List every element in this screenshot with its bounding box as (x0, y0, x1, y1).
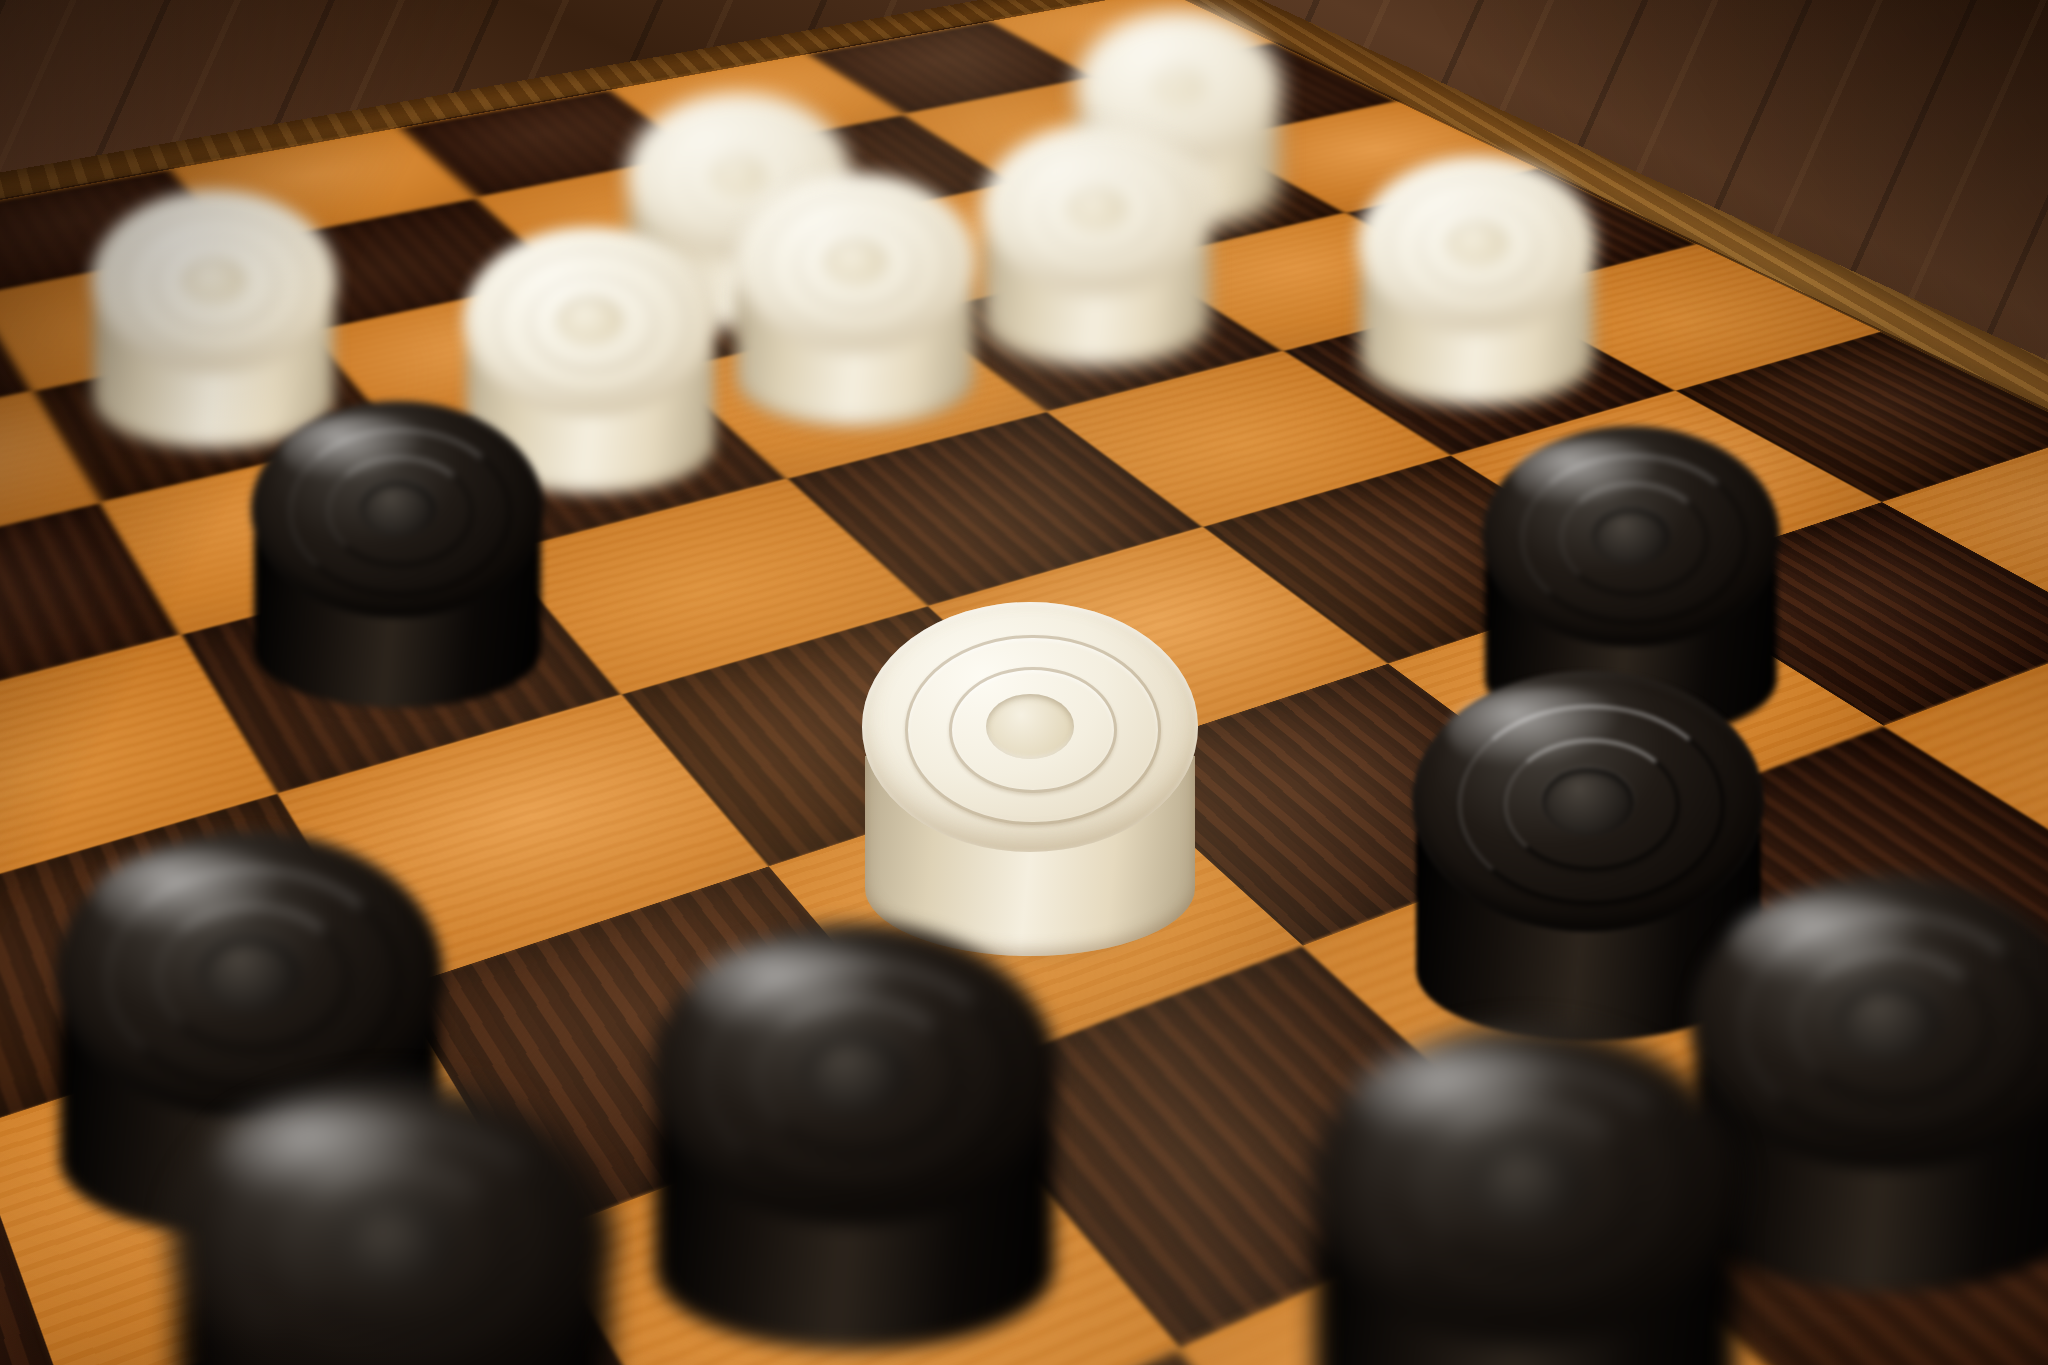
piece-top (981, 124, 1213, 296)
specular-highlight (691, 941, 915, 1044)
piece-center-groove (336, 1202, 451, 1287)
piece-center-groove (557, 297, 623, 346)
specular-highlight (281, 414, 442, 488)
checker-piece-black[interactable] (1311, 1025, 1741, 1365)
checker-piece-white[interactable] (981, 124, 1213, 369)
specular-highlight (94, 848, 307, 946)
piece-center-groove (986, 694, 1074, 759)
piece-center-groove (199, 937, 300, 1012)
checker-piece-white[interactable] (1357, 156, 1596, 409)
checker-piece-black[interactable] (251, 401, 544, 711)
piece-center-groove (360, 481, 436, 537)
piece-top (251, 401, 544, 618)
piece-top (1311, 1025, 1741, 1344)
checker-piece-black[interactable] (1690, 875, 2048, 1296)
piece-center-groove (824, 239, 887, 286)
piece-top (172, 1081, 614, 1365)
piece-center-groove (1542, 768, 1634, 836)
checkers-photo-scene (0, 0, 2048, 1365)
piece-center-groove (182, 258, 246, 306)
specular-highlight (1729, 893, 1947, 993)
specular-highlight (1354, 1044, 1590, 1152)
piece-top (1482, 426, 1780, 647)
piece-center-groove (1066, 187, 1126, 232)
piece-center-groove (1152, 68, 1206, 108)
checker-piece-black[interactable] (172, 1081, 614, 1365)
piece-center-groove (1446, 221, 1508, 267)
piece-top (651, 923, 1058, 1225)
piece-top (56, 831, 443, 1118)
specular-highlight (1512, 439, 1676, 514)
piece-center-groove (1470, 1143, 1582, 1226)
piece-top (91, 190, 337, 373)
piece-center-groove (801, 1035, 907, 1114)
piece-top (1357, 156, 1596, 333)
checker-piece-white[interactable] (734, 173, 976, 430)
piece-top (862, 602, 1199, 852)
piece-top (463, 227, 717, 416)
checker-piece-black[interactable] (651, 923, 1058, 1355)
piece-center-groove (1592, 508, 1670, 566)
checker-piece-white-focused[interactable] (862, 602, 1199, 959)
piece-center-groove (1836, 984, 1939, 1061)
piece-top (734, 173, 976, 353)
specular-highlight (217, 1100, 460, 1212)
specular-highlight (1447, 687, 1641, 776)
pieces-layer (0, 0, 2048, 1365)
